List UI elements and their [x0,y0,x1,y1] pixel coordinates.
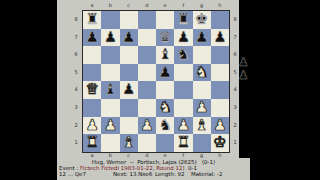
square-c2[interactable] [120,117,138,135]
square-d6[interactable] [138,46,156,64]
black-pawn[interactable]: ♟ [120,81,138,99]
black-pawn[interactable]: ♟ [156,64,174,82]
square-e6[interactable]: ♝ [156,46,174,64]
square-g3[interactable]: ♟ [193,99,211,117]
square-e7[interactable]: ♛ [156,29,174,47]
square-f2[interactable]: ♟ [174,117,192,135]
rank-label-5: 5 [72,64,80,82]
square-e4[interactable] [156,81,174,99]
file-label-f: f [174,3,192,8]
square-g8[interactable]: ♚ [193,11,211,29]
square-b7[interactable]: ♟ [101,29,119,47]
square-c6[interactable] [120,46,138,64]
square-b1[interactable] [101,134,119,152]
white-pawn[interactable]: ♟ [101,117,119,135]
rank-label-2: 2 [231,117,239,135]
rank-label-2: 2 [72,117,80,135]
file-label-b: b [101,3,119,8]
black-pawn[interactable]: ♟ [101,29,119,47]
square-h6[interactable] [211,46,229,64]
square-g7[interactable]: ♟ [193,29,211,47]
chess-board: ♜♜♚♟♟♟♛♟♟♟♝♞♟♞♛♝♟♞♟♟♟♟♞♟♝♟♜♝♜♚ [82,10,230,153]
square-a2[interactable]: ♟ [83,117,101,135]
square-b2[interactable]: ♟ [101,117,119,135]
rank-label-7: 7 [72,29,80,47]
black-bishop[interactable]: ♝ [156,46,174,64]
square-c7[interactable]: ♟ [120,29,138,47]
square-h5[interactable] [211,64,229,82]
square-b6[interactable] [101,46,119,64]
rank-label-1: 1 [231,134,239,152]
white-pawn[interactable]: ♟ [174,117,192,135]
next-move: Next: 13.Nxe6 [113,171,152,177]
move-info-line: 12 ... Qe7 Next: 13.Nxe6 Length: 92 Mate… [57,171,250,178]
square-f1[interactable]: ♜ [174,134,192,152]
square-c1[interactable]: ♝ [120,134,138,152]
white-queen[interactable]: ♛ [83,81,101,99]
square-a7[interactable]: ♟ [83,29,101,47]
white-pawn[interactable]: ♟ [138,117,156,135]
square-d4[interactable] [138,81,156,99]
rank-label-1: 1 [72,134,80,152]
square-d8[interactable] [138,11,156,29]
square-f6[interactable]: ♞ [174,46,192,64]
file-label-e: e [156,3,174,8]
rank-label-6: 6 [72,46,80,64]
white-bishop[interactable]: ♝ [120,134,138,152]
black-rook[interactable]: ♜ [174,11,192,29]
square-e1[interactable] [156,134,174,152]
square-g5[interactable]: ♞ [193,64,211,82]
square-a5[interactable] [83,64,101,82]
square-f5[interactable] [174,64,192,82]
white-pawn[interactable]: ♟ [193,99,211,117]
square-e2[interactable]: ♞ [156,117,174,135]
black-king[interactable]: ♚ [193,11,211,29]
square-c8[interactable] [120,11,138,29]
black-pawn[interactable]: ♟ [211,29,229,47]
file-label-a: a [83,3,101,8]
file-label-c: c [120,3,138,8]
square-g2[interactable]: ♝ [193,117,211,135]
file-label-d: d [138,3,156,8]
rank-label-4: 4 [72,81,80,99]
square-c3[interactable] [120,99,138,117]
square-b3[interactable] [101,99,119,117]
square-g4[interactable] [193,81,211,99]
white-knight[interactable]: ♞ [193,64,211,82]
white-bishop[interactable]: ♝ [193,117,211,135]
black-pawn[interactable]: ♟ [193,29,211,47]
rank-label-3: 3 [231,99,239,117]
square-b5[interactable] [101,64,119,82]
square-h2[interactable]: ♟ [211,117,229,135]
square-e5[interactable]: ♟ [156,64,174,82]
square-c4[interactable]: ♟ [120,81,138,99]
game-length: Length: 92 [155,171,185,177]
square-d3[interactable] [138,99,156,117]
square-h7[interactable]: ♟ [211,29,229,47]
white-pawn[interactable]: ♟ [211,117,229,135]
black-knight[interactable]: ♞ [156,117,174,135]
rank-label-8: 8 [72,11,80,29]
material-balance: Material: -2 [191,171,222,177]
square-d1[interactable] [138,134,156,152]
square-a8[interactable]: ♜ [83,11,101,29]
black-rook[interactable]: ♜ [83,11,101,29]
square-b8[interactable] [101,11,119,29]
black-pawn[interactable]: ♟ [120,29,138,47]
rank-label-7: 7 [231,29,239,47]
rank-label-3: 3 [72,99,80,117]
square-h1[interactable]: ♚ [211,134,229,152]
black-bishop[interactable]: ♝ [101,81,119,99]
square-b4[interactable]: ♝ [101,81,119,99]
square-h3[interactable] [211,99,229,117]
square-f4[interactable] [174,81,192,99]
square-g1[interactable] [193,134,211,152]
current-move: 12 ... Qe7 [59,171,86,177]
square-d7[interactable] [138,29,156,47]
white-rook[interactable]: ♜ [174,134,192,152]
status-bar: Hug, Werner -- Portisch, Lajos (2625) (0… [57,158,250,180]
square-h8[interactable] [211,11,229,29]
black-queen[interactable]: ♛ [156,29,174,47]
white-rook[interactable]: ♜ [83,134,101,152]
square-f8[interactable]: ♜ [174,11,192,29]
captured-black-pawn-icon: ♟ [238,56,249,68]
square-a4[interactable]: ♛ [83,81,101,99]
rank-label-4: 4 [231,81,239,99]
square-e3[interactable]: ♞ [156,99,174,117]
square-a3[interactable] [83,99,101,117]
file-label-g: g [193,3,211,8]
square-f3[interactable] [174,99,192,117]
white-king[interactable]: ♚ [211,134,229,152]
white-knight[interactable]: ♞ [156,99,174,117]
captured-black-pawn-icon: ♟ [238,69,249,81]
screenshot-root: abcdefgh abcdefgh 87654321 87654321 ♜♜♚♟… [0,0,320,180]
square-c5[interactable] [120,64,138,82]
black-knight[interactable]: ♞ [174,46,192,64]
black-pawn[interactable]: ♟ [83,29,101,47]
black-pawn[interactable]: ♟ [174,29,192,47]
square-f7[interactable]: ♟ [174,29,192,47]
square-a6[interactable] [83,46,101,64]
square-e8[interactable] [156,11,174,29]
file-label-h: h [211,3,229,8]
square-h4[interactable] [211,81,229,99]
square-d5[interactable] [138,64,156,82]
square-a1[interactable]: ♜ [83,134,101,152]
square-g6[interactable] [193,46,211,64]
square-d2[interactable]: ♟ [138,117,156,135]
white-pawn[interactable]: ♟ [83,117,101,135]
rank-label-8: 8 [231,11,239,29]
